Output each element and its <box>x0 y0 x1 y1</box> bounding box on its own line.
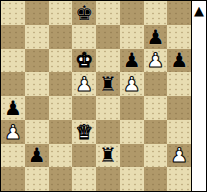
square-h2[interactable]: ♟ <box>167 144 191 168</box>
black-pawn: ♟ <box>123 50 141 70</box>
square-d2[interactable] <box>72 144 96 168</box>
square-c6[interactable] <box>49 49 73 73</box>
black-pawn: ♟ <box>170 50 188 70</box>
square-b8[interactable] <box>25 1 49 25</box>
square-b1[interactable] <box>25 167 49 191</box>
square-c3[interactable] <box>49 120 73 144</box>
square-a3[interactable]: ♟ <box>1 120 25 144</box>
square-g5[interactable] <box>144 72 168 96</box>
square-a5[interactable] <box>1 72 25 96</box>
square-h1[interactable] <box>167 167 191 191</box>
square-c5[interactable] <box>49 72 73 96</box>
square-e8[interactable] <box>96 1 120 25</box>
square-d1[interactable] <box>72 167 96 191</box>
square-c2[interactable] <box>49 144 73 168</box>
square-a1[interactable] <box>1 167 25 191</box>
square-h4[interactable] <box>167 96 191 120</box>
white-pawn: ♟ <box>146 50 164 70</box>
black-rook: ♜ <box>99 145 117 165</box>
square-b7[interactable] <box>25 25 49 49</box>
square-b2[interactable]: ♟ <box>25 144 49 168</box>
square-h5[interactable] <box>167 72 191 96</box>
black-pawn: ♟ <box>146 26 164 46</box>
square-a7[interactable] <box>1 25 25 49</box>
square-g3[interactable] <box>144 120 168 144</box>
black-king: ♚ <box>75 2 93 22</box>
square-e2[interactable]: ♜ <box>96 144 120 168</box>
square-b4[interactable] <box>25 96 49 120</box>
square-g1[interactable] <box>144 167 168 191</box>
square-f6[interactable]: ♟ <box>120 49 144 73</box>
white-pawn: ♟ <box>123 74 141 94</box>
square-g6[interactable]: ♟ <box>144 49 168 73</box>
white-pawn: ♟ <box>170 145 188 165</box>
square-a4[interactable]: ♟ <box>1 96 25 120</box>
square-h3[interactable] <box>167 120 191 144</box>
square-e7[interactable] <box>96 25 120 49</box>
black-pawn: ♟ <box>28 145 46 165</box>
square-g8[interactable] <box>144 1 168 25</box>
black-to-move-triangle-icon: ▲ <box>194 4 204 17</box>
square-f8[interactable] <box>120 1 144 25</box>
square-d4[interactable] <box>72 96 96 120</box>
square-b3[interactable] <box>25 120 49 144</box>
square-b6[interactable] <box>25 49 49 73</box>
square-e5[interactable]: ♜ <box>96 72 120 96</box>
square-d8[interactable]: ♚ <box>72 1 96 25</box>
square-g7[interactable]: ♟ <box>144 25 168 49</box>
white-queen: ♛ <box>75 121 93 141</box>
square-a8[interactable] <box>1 1 25 25</box>
square-d5[interactable]: ♟ <box>72 72 96 96</box>
white-king: ♚ <box>75 50 93 70</box>
square-g4[interactable] <box>144 96 168 120</box>
square-h8[interactable] <box>167 1 191 25</box>
square-h7[interactable] <box>167 25 191 49</box>
square-e1[interactable] <box>96 167 120 191</box>
square-f7[interactable] <box>120 25 144 49</box>
square-b5[interactable] <box>25 72 49 96</box>
square-e4[interactable] <box>96 96 120 120</box>
square-d7[interactable] <box>72 25 96 49</box>
square-d3[interactable]: ♛ <box>72 120 96 144</box>
square-e3[interactable] <box>96 120 120 144</box>
side-to-move-strip: ▲ <box>192 1 206 191</box>
square-f3[interactable] <box>120 120 144 144</box>
square-c1[interactable] <box>49 167 73 191</box>
square-f2[interactable] <box>120 144 144 168</box>
chess-diagram: ♚♟♚♟♟♟♟♜♟♟♟♛♟♜♟ ▲ <box>0 0 207 192</box>
square-f5[interactable]: ♟ <box>120 72 144 96</box>
square-c7[interactable] <box>49 25 73 49</box>
chess-board: ♚♟♚♟♟♟♟♜♟♟♟♛♟♜♟ <box>1 1 192 191</box>
square-f1[interactable] <box>120 167 144 191</box>
square-d6[interactable]: ♚ <box>72 49 96 73</box>
black-rook: ♜ <box>99 74 117 94</box>
square-g2[interactable] <box>144 144 168 168</box>
square-c8[interactable] <box>49 1 73 25</box>
square-f4[interactable] <box>120 96 144 120</box>
white-pawn: ♟ <box>75 74 93 94</box>
white-pawn: ♟ <box>4 121 22 141</box>
square-a6[interactable] <box>1 49 25 73</box>
square-c4[interactable] <box>49 96 73 120</box>
black-pawn: ♟ <box>4 97 22 117</box>
square-e6[interactable] <box>96 49 120 73</box>
square-h6[interactable]: ♟ <box>167 49 191 73</box>
square-a2[interactable] <box>1 144 25 168</box>
